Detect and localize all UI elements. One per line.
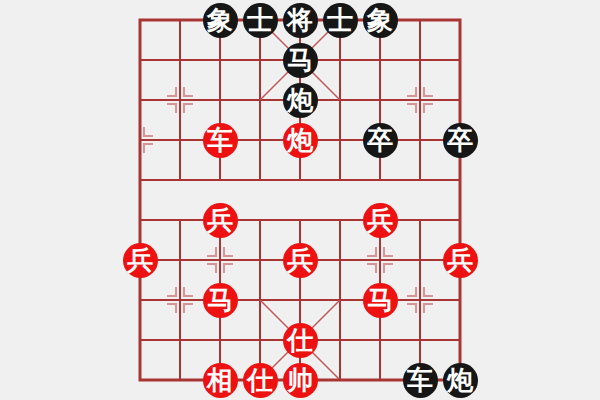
piece-black-advisor[interactable]: 士 <box>323 3 358 38</box>
piece-red-general[interactable]: 帅 <box>283 363 318 398</box>
piece-black-chariot[interactable]: 车 <box>403 363 438 398</box>
piece-red-cannon[interactable]: 炮 <box>283 123 318 158</box>
piece-black-cannon[interactable]: 炮 <box>443 363 478 398</box>
piece-red-soldier[interactable]: 兵 <box>363 203 398 238</box>
piece-black-elephant[interactable]: 象 <box>203 3 238 38</box>
piece-red-advisor[interactable]: 仕 <box>283 323 318 358</box>
piece-red-soldier[interactable]: 兵 <box>443 243 478 278</box>
piece-black-horse[interactable]: 马 <box>283 43 318 78</box>
piece-black-cannon[interactable]: 炮 <box>283 83 318 118</box>
piece-red-soldier[interactable]: 兵 <box>203 203 238 238</box>
piece-black-soldier[interactable]: 卒 <box>443 123 478 158</box>
piece-red-soldier[interactable]: 兵 <box>283 243 318 278</box>
xiangqi-board: 象士将士象马炮车炮卒卒兵兵兵兵兵马马仕相仕帅车炮 <box>0 0 600 400</box>
pieces-layer: 象士将士象马炮车炮卒卒兵兵兵兵兵马马仕相仕帅车炮 <box>120 0 480 400</box>
piece-red-chariot[interactable]: 车 <box>203 123 238 158</box>
piece-red-advisor[interactable]: 仕 <box>243 363 278 398</box>
piece-black-soldier[interactable]: 卒 <box>363 123 398 158</box>
piece-red-horse[interactable]: 马 <box>203 283 238 318</box>
piece-red-elephant[interactable]: 相 <box>203 363 238 398</box>
piece-black-general[interactable]: 将 <box>283 3 318 38</box>
piece-black-elephant[interactable]: 象 <box>363 3 398 38</box>
piece-black-advisor[interactable]: 士 <box>243 3 278 38</box>
piece-red-horse[interactable]: 马 <box>363 283 398 318</box>
piece-red-soldier[interactable]: 兵 <box>123 243 158 278</box>
